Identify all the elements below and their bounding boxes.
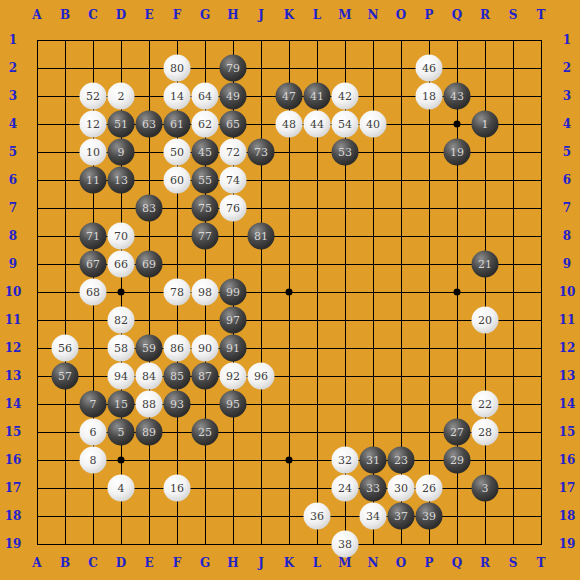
col-label-bottom-c: C xyxy=(88,557,98,569)
stone-black-l3: 41 xyxy=(304,83,331,110)
stone-move-number: 12 xyxy=(86,119,100,130)
col-label-bottom-q: Q xyxy=(452,557,462,569)
col-label-bottom-j: J xyxy=(258,557,264,569)
row-label-right-6: 6 xyxy=(563,174,571,186)
stone-move-number: 68 xyxy=(86,287,100,298)
stone-black-q16: 29 xyxy=(444,447,471,474)
stone-white-r11: 20 xyxy=(472,307,499,334)
stone-move-number: 49 xyxy=(226,91,240,102)
stone-move-number: 87 xyxy=(198,371,212,382)
col-label-bottom-r: R xyxy=(480,557,490,569)
row-label-right-18: 18 xyxy=(559,510,576,522)
stone-move-number: 60 xyxy=(170,175,184,186)
stone-move-number: 15 xyxy=(114,399,128,410)
row-label-left-8: 8 xyxy=(9,230,17,242)
stone-move-number: 53 xyxy=(338,147,352,158)
stone-white-c16: 8 xyxy=(80,447,107,474)
col-label-top-d: D xyxy=(116,9,126,21)
col-label-top-j: J xyxy=(258,9,264,21)
stone-move-number: 62 xyxy=(198,119,212,130)
stone-black-f14: 93 xyxy=(164,391,191,418)
stone-move-number: 2 xyxy=(118,91,125,102)
stone-black-p18: 39 xyxy=(416,503,443,530)
stone-move-number: 57 xyxy=(58,371,72,382)
stone-white-p2: 46 xyxy=(416,55,443,82)
stone-black-e4: 63 xyxy=(136,111,163,138)
stone-move-number: 41 xyxy=(310,91,324,102)
row-label-left-3: 3 xyxy=(9,90,17,102)
stone-black-d6: 13 xyxy=(108,167,135,194)
stone-white-f10: 78 xyxy=(164,279,191,306)
stone-move-number: 18 xyxy=(422,91,436,102)
stone-black-h2: 79 xyxy=(220,55,247,82)
stone-move-number: 72 xyxy=(226,147,240,158)
col-label-top-g: G xyxy=(200,9,210,21)
row-label-right-14: 14 xyxy=(559,398,576,410)
stone-white-f5: 50 xyxy=(164,139,191,166)
stone-black-e9: 69 xyxy=(136,251,163,278)
stone-white-c3: 52 xyxy=(80,83,107,110)
row-label-left-17: 17 xyxy=(5,482,22,494)
star-point-q4 xyxy=(454,121,461,128)
row-label-left-12: 12 xyxy=(5,342,22,354)
stone-move-number: 98 xyxy=(198,287,212,298)
stone-black-g8: 77 xyxy=(192,223,219,250)
col-label-top-s: S xyxy=(509,9,518,21)
stone-move-number: 75 xyxy=(198,203,212,214)
star-point-d10 xyxy=(118,289,125,296)
row-label-right-19: 19 xyxy=(559,538,576,550)
stone-move-number: 48 xyxy=(282,119,296,130)
stone-move-number: 34 xyxy=(366,511,380,522)
stone-move-number: 1 xyxy=(482,119,489,130)
row-label-left-13: 13 xyxy=(5,370,22,382)
stone-move-number: 91 xyxy=(226,343,240,354)
col-label-bottom-h: H xyxy=(227,557,238,569)
stone-black-g15: 25 xyxy=(192,419,219,446)
stone-white-l18: 36 xyxy=(304,503,331,530)
stone-black-c8: 71 xyxy=(80,223,107,250)
stone-white-f2: 80 xyxy=(164,55,191,82)
col-label-bottom-e: E xyxy=(144,557,153,569)
stone-white-g12: 90 xyxy=(192,335,219,362)
grid-line-horizontal xyxy=(37,516,542,517)
row-label-left-11: 11 xyxy=(5,314,22,326)
stone-black-j8: 81 xyxy=(248,223,275,250)
stone-move-number: 64 xyxy=(198,91,212,102)
row-label-left-14: 14 xyxy=(5,398,22,410)
stone-white-n18: 34 xyxy=(360,503,387,530)
stone-move-number: 22 xyxy=(478,399,492,410)
row-label-right-10: 10 xyxy=(559,286,576,298)
stone-white-h7: 76 xyxy=(220,195,247,222)
stone-move-number: 9 xyxy=(118,147,125,158)
stone-move-number: 63 xyxy=(142,119,156,130)
row-label-left-15: 15 xyxy=(5,426,22,438)
stone-move-number: 47 xyxy=(282,91,296,102)
stone-move-number: 77 xyxy=(198,231,212,242)
row-label-left-10: 10 xyxy=(5,286,22,298)
stone-white-e13: 84 xyxy=(136,363,163,390)
stone-black-d14: 15 xyxy=(108,391,135,418)
stone-white-d12: 58 xyxy=(108,335,135,362)
stone-move-number: 40 xyxy=(366,119,380,130)
stone-move-number: 74 xyxy=(226,175,240,186)
stone-move-number: 36 xyxy=(310,511,324,522)
col-label-bottom-m: M xyxy=(338,557,351,569)
stone-move-number: 66 xyxy=(114,259,128,270)
stone-white-e14: 88 xyxy=(136,391,163,418)
stone-black-d4: 51 xyxy=(108,111,135,138)
row-label-right-15: 15 xyxy=(559,426,576,438)
stone-white-f12: 86 xyxy=(164,335,191,362)
stone-move-number: 96 xyxy=(254,371,268,382)
stone-move-number: 6 xyxy=(90,427,97,438)
stone-move-number: 13 xyxy=(114,175,128,186)
row-label-right-7: 7 xyxy=(563,202,571,214)
row-label-left-6: 6 xyxy=(9,174,17,186)
row-label-right-17: 17 xyxy=(559,482,576,494)
row-label-right-5: 5 xyxy=(563,146,571,158)
stone-move-number: 5 xyxy=(118,427,125,438)
stone-white-m19: 38 xyxy=(332,531,359,558)
row-label-left-16: 16 xyxy=(5,454,22,466)
row-label-left-18: 18 xyxy=(5,510,22,522)
stone-move-number: 29 xyxy=(450,455,464,466)
stone-white-d8: 70 xyxy=(108,223,135,250)
star-point-k10 xyxy=(286,289,293,296)
stone-move-number: 14 xyxy=(170,91,184,102)
stone-white-c4: 12 xyxy=(80,111,107,138)
stone-black-h14: 95 xyxy=(220,391,247,418)
stone-move-number: 43 xyxy=(450,91,464,102)
stone-move-number: 88 xyxy=(142,399,156,410)
row-label-right-1: 1 xyxy=(563,34,571,46)
stone-white-h6: 74 xyxy=(220,167,247,194)
col-label-top-m: M xyxy=(338,9,351,21)
stone-move-number: 69 xyxy=(142,259,156,270)
col-label-top-t: T xyxy=(537,9,546,21)
stone-white-c10: 68 xyxy=(80,279,107,306)
stone-move-number: 16 xyxy=(170,483,184,494)
col-label-bottom-g: G xyxy=(200,557,210,569)
stone-move-number: 83 xyxy=(142,203,156,214)
stone-white-h5: 72 xyxy=(220,139,247,166)
stone-move-number: 7 xyxy=(90,399,97,410)
stone-white-d17: 4 xyxy=(108,475,135,502)
stone-move-number: 51 xyxy=(114,119,128,130)
stone-move-number: 56 xyxy=(58,343,72,354)
col-label-bottom-l: L xyxy=(313,557,321,569)
col-label-top-f: F xyxy=(173,9,182,21)
stone-black-o18: 37 xyxy=(388,503,415,530)
row-label-right-9: 9 xyxy=(563,258,571,270)
col-label-top-r: R xyxy=(480,9,490,21)
stone-move-number: 61 xyxy=(170,119,184,130)
col-label-bottom-o: O xyxy=(396,557,406,569)
stone-white-m17: 24 xyxy=(332,475,359,502)
stone-move-number: 8 xyxy=(90,455,97,466)
col-label-bottom-t: T xyxy=(537,557,546,569)
stone-black-h12: 91 xyxy=(220,335,247,362)
stone-white-m4: 54 xyxy=(332,111,359,138)
stone-move-number: 99 xyxy=(226,287,240,298)
stone-white-o17: 30 xyxy=(388,475,415,502)
stone-move-number: 42 xyxy=(338,91,352,102)
stone-white-n4: 40 xyxy=(360,111,387,138)
stone-black-f4: 61 xyxy=(164,111,191,138)
stone-move-number: 28 xyxy=(478,427,492,438)
grid-line-vertical xyxy=(429,40,430,545)
row-label-right-2: 2 xyxy=(563,62,571,74)
stone-move-number: 89 xyxy=(142,427,156,438)
stone-move-number: 80 xyxy=(170,63,184,74)
stone-black-r9: 21 xyxy=(472,251,499,278)
stone-black-g7: 75 xyxy=(192,195,219,222)
col-label-top-o: O xyxy=(396,9,406,21)
stone-black-n17: 33 xyxy=(360,475,387,502)
stone-move-number: 70 xyxy=(114,231,128,242)
stone-move-number: 95 xyxy=(226,399,240,410)
stone-move-number: 92 xyxy=(226,371,240,382)
stone-move-number: 52 xyxy=(86,91,100,102)
stone-move-number: 90 xyxy=(198,343,212,354)
stone-black-h11: 97 xyxy=(220,307,247,334)
stone-move-number: 32 xyxy=(338,455,352,466)
stone-black-n16: 31 xyxy=(360,447,387,474)
stone-black-c6: 11 xyxy=(80,167,107,194)
stone-black-e7: 83 xyxy=(136,195,163,222)
col-label-top-n: N xyxy=(368,9,379,21)
col-label-bottom-s: S xyxy=(509,557,518,569)
stone-move-number: 73 xyxy=(254,147,268,158)
stone-black-c9: 67 xyxy=(80,251,107,278)
row-label-right-4: 4 xyxy=(563,118,571,130)
row-label-left-4: 4 xyxy=(9,118,17,130)
stone-move-number: 30 xyxy=(394,483,408,494)
star-point-q10 xyxy=(454,289,461,296)
stone-move-number: 24 xyxy=(338,483,352,494)
row-label-left-1: 1 xyxy=(9,34,17,46)
stone-white-c15: 6 xyxy=(80,419,107,446)
col-label-bottom-d: D xyxy=(116,557,126,569)
go-board[interactable]: AABBCCDDEEFFGGHHJJKKLLMMNNOOPPQQRRSSTT11… xyxy=(0,0,580,580)
stone-move-number: 76 xyxy=(226,203,240,214)
stone-move-number: 11 xyxy=(86,175,100,186)
stone-white-k4: 48 xyxy=(276,111,303,138)
stone-white-f3: 14 xyxy=(164,83,191,110)
col-label-bottom-n: N xyxy=(368,557,379,569)
row-label-right-11: 11 xyxy=(559,314,576,326)
stone-move-number: 81 xyxy=(254,231,268,242)
stone-move-number: 58 xyxy=(114,343,128,354)
stone-move-number: 44 xyxy=(310,119,324,130)
stone-move-number: 59 xyxy=(142,343,156,354)
col-label-top-c: C xyxy=(88,9,98,21)
col-label-top-q: Q xyxy=(452,9,462,21)
stone-white-d9: 66 xyxy=(108,251,135,278)
stone-white-b12: 56 xyxy=(52,335,79,362)
stone-move-number: 45 xyxy=(198,147,212,158)
stone-move-number: 37 xyxy=(394,511,408,522)
stone-white-p17: 26 xyxy=(416,475,443,502)
stone-move-number: 19 xyxy=(450,147,464,158)
stone-move-number: 82 xyxy=(114,315,128,326)
stone-black-h10: 99 xyxy=(220,279,247,306)
grid-line-horizontal xyxy=(37,544,542,545)
stone-white-m16: 32 xyxy=(332,447,359,474)
stone-black-q3: 43 xyxy=(444,83,471,110)
stone-black-e15: 89 xyxy=(136,419,163,446)
stone-move-number: 4 xyxy=(118,483,125,494)
stone-white-l4: 44 xyxy=(304,111,331,138)
stone-black-m5: 53 xyxy=(332,139,359,166)
stone-black-q15: 27 xyxy=(444,419,471,446)
star-point-k16 xyxy=(286,457,293,464)
row-label-left-9: 9 xyxy=(9,258,17,270)
row-label-left-19: 19 xyxy=(5,538,22,550)
col-label-bottom-a: A xyxy=(32,557,41,569)
stone-move-number: 94 xyxy=(114,371,128,382)
stone-white-p3: 18 xyxy=(416,83,443,110)
stone-black-r17: 3 xyxy=(472,475,499,502)
stone-white-m3: 42 xyxy=(332,83,359,110)
col-label-top-b: B xyxy=(60,9,70,21)
grid-line-vertical xyxy=(541,40,542,545)
stone-white-d3: 2 xyxy=(108,83,135,110)
stone-black-h3: 49 xyxy=(220,83,247,110)
stone-move-number: 23 xyxy=(394,455,408,466)
stone-move-number: 78 xyxy=(170,287,184,298)
stone-white-j13: 96 xyxy=(248,363,275,390)
stone-white-r15: 28 xyxy=(472,419,499,446)
stone-black-g5: 45 xyxy=(192,139,219,166)
row-label-left-2: 2 xyxy=(9,62,17,74)
stone-white-r14: 22 xyxy=(472,391,499,418)
row-label-right-16: 16 xyxy=(559,454,576,466)
stone-black-j5: 73 xyxy=(248,139,275,166)
stone-move-number: 38 xyxy=(338,539,352,550)
col-label-top-e: E xyxy=(144,9,153,21)
stone-move-number: 67 xyxy=(86,259,100,270)
stone-white-g10: 98 xyxy=(192,279,219,306)
row-label-right-13: 13 xyxy=(559,370,576,382)
stone-black-g6: 55 xyxy=(192,167,219,194)
col-label-top-l: L xyxy=(313,9,321,21)
stone-white-c5: 10 xyxy=(80,139,107,166)
stone-move-number: 39 xyxy=(422,511,436,522)
col-label-bottom-f: F xyxy=(173,557,182,569)
stone-move-number: 54 xyxy=(338,119,352,130)
stone-black-f13: 85 xyxy=(164,363,191,390)
stone-move-number: 93 xyxy=(170,399,184,410)
stone-white-g3: 64 xyxy=(192,83,219,110)
stone-move-number: 84 xyxy=(142,371,156,382)
col-label-bottom-p: P xyxy=(424,557,433,569)
row-label-right-12: 12 xyxy=(559,342,576,354)
stone-move-number: 65 xyxy=(226,119,240,130)
col-label-top-h: H xyxy=(227,9,238,21)
stone-white-f6: 60 xyxy=(164,167,191,194)
stone-white-g4: 62 xyxy=(192,111,219,138)
stone-black-d5: 9 xyxy=(108,139,135,166)
stone-black-c14: 7 xyxy=(80,391,107,418)
row-label-right-8: 8 xyxy=(563,230,571,242)
stone-white-f17: 16 xyxy=(164,475,191,502)
stone-move-number: 85 xyxy=(170,371,184,382)
stone-move-number: 86 xyxy=(170,343,184,354)
col-label-bottom-b: B xyxy=(60,557,70,569)
stone-black-e12: 59 xyxy=(136,335,163,362)
stone-black-k3: 47 xyxy=(276,83,303,110)
stone-move-number: 33 xyxy=(366,483,380,494)
col-label-top-k: K xyxy=(284,9,294,21)
row-label-left-7: 7 xyxy=(9,202,17,214)
stone-black-r4: 1 xyxy=(472,111,499,138)
stone-move-number: 31 xyxy=(366,455,380,466)
star-point-d16 xyxy=(118,457,125,464)
row-label-right-3: 3 xyxy=(563,90,571,102)
stone-black-b13: 57 xyxy=(52,363,79,390)
stone-move-number: 50 xyxy=(170,147,184,158)
stone-move-number: 10 xyxy=(86,147,100,158)
stone-move-number: 79 xyxy=(226,63,240,74)
stone-move-number: 46 xyxy=(422,63,436,74)
stone-black-d15: 5 xyxy=(108,419,135,446)
stone-black-q5: 19 xyxy=(444,139,471,166)
stone-white-d13: 94 xyxy=(108,363,135,390)
stone-move-number: 25 xyxy=(198,427,212,438)
stone-move-number: 26 xyxy=(422,483,436,494)
stone-move-number: 20 xyxy=(478,315,492,326)
stone-black-o16: 23 xyxy=(388,447,415,474)
row-label-left-5: 5 xyxy=(9,146,17,158)
stone-move-number: 3 xyxy=(482,483,489,494)
stone-move-number: 71 xyxy=(86,231,100,242)
grid-line-vertical xyxy=(513,40,514,545)
stone-move-number: 27 xyxy=(450,427,464,438)
col-label-bottom-k: K xyxy=(284,557,294,569)
stone-move-number: 97 xyxy=(226,315,240,326)
stone-move-number: 21 xyxy=(478,259,492,270)
stone-move-number: 55 xyxy=(198,175,212,186)
col-label-top-p: P xyxy=(424,9,433,21)
stone-black-h4: 65 xyxy=(220,111,247,138)
stone-white-d11: 82 xyxy=(108,307,135,334)
stone-white-h13: 92 xyxy=(220,363,247,390)
stone-black-g13: 87 xyxy=(192,363,219,390)
col-label-top-a: A xyxy=(32,9,41,21)
